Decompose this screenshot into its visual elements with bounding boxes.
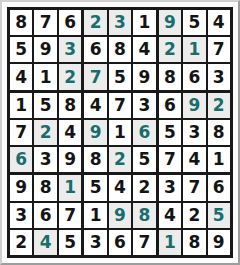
cell-r8c3[interactable]: 7	[59, 203, 81, 228]
cell-r8c2[interactable]: 6	[34, 203, 56, 228]
cell-r6c6[interactable]: 5	[133, 147, 155, 172]
cell-r4c2[interactable]: 5	[34, 93, 56, 118]
cell-r7c1[interactable]: 9	[10, 175, 32, 200]
cell-r5c3[interactable]: 4	[59, 120, 81, 145]
cell-r3c7[interactable]: 8	[159, 64, 181, 89]
cell-r5c6[interactable]: 6	[133, 120, 155, 145]
cell-r2c3[interactable]: 3	[59, 37, 81, 62]
cell-r9c6[interactable]: 7	[133, 230, 155, 255]
sudoku-board: 8765934122316847599542178631587246394739…	[10, 10, 230, 255]
cell-r3c1[interactable]: 4	[10, 64, 32, 89]
cell-r2c6[interactable]: 4	[133, 37, 155, 62]
cell-r8c6[interactable]: 8	[133, 203, 155, 228]
cell-r8c7[interactable]: 4	[159, 203, 181, 228]
cell-r7c7[interactable]: 3	[159, 175, 181, 200]
box-8: 542198367	[84, 175, 155, 255]
cell-r7c4[interactable]: 5	[84, 175, 106, 200]
cell-r7c5[interactable]: 4	[109, 175, 131, 200]
cell-r1c4[interactable]: 2	[84, 10, 106, 35]
cell-r7c8[interactable]: 7	[183, 175, 205, 200]
cell-r2c8[interactable]: 1	[183, 37, 205, 62]
cell-r9c2[interactable]: 4	[34, 230, 56, 255]
cell-r6c3[interactable]: 9	[59, 147, 81, 172]
cell-r2c1[interactable]: 5	[10, 37, 32, 62]
cell-r2c7[interactable]: 2	[159, 37, 181, 62]
cell-r3c4[interactable]: 7	[84, 64, 106, 89]
cell-r3c5[interactable]: 5	[109, 64, 131, 89]
cell-r7c9[interactable]: 6	[208, 175, 230, 200]
window: 8765934122316847599542178631587246394739…	[0, 0, 240, 265]
cell-r6c1[interactable]: 6	[10, 147, 32, 172]
box-6: 692538741	[159, 93, 230, 173]
cell-r1c7[interactable]: 9	[159, 10, 181, 35]
cell-r1c6[interactable]: 1	[133, 10, 155, 35]
cell-r6c9[interactable]: 1	[208, 147, 230, 172]
cell-r5c2[interactable]: 2	[34, 120, 56, 145]
cell-r4c8[interactable]: 9	[183, 93, 205, 118]
cell-r1c1[interactable]: 8	[10, 10, 32, 35]
cell-r2c9[interactable]: 7	[208, 37, 230, 62]
cell-r6c8[interactable]: 4	[183, 147, 205, 172]
cell-r9c1[interactable]: 2	[10, 230, 32, 255]
cell-r3c3[interactable]: 2	[59, 64, 81, 89]
cell-r8c1[interactable]: 3	[10, 203, 32, 228]
cell-r6c4[interactable]: 8	[84, 147, 106, 172]
cell-r8c4[interactable]: 1	[84, 203, 106, 228]
cell-r8c5[interactable]: 9	[109, 203, 131, 228]
cell-r5c4[interactable]: 9	[84, 120, 106, 145]
cell-r9c9[interactable]: 9	[208, 230, 230, 255]
cell-r4c1[interactable]: 1	[10, 93, 32, 118]
cell-r5c7[interactable]: 5	[159, 120, 181, 145]
box-4: 158724639	[10, 93, 81, 173]
box-3: 954217863	[159, 10, 230, 90]
cell-r1c8[interactable]: 5	[183, 10, 205, 35]
cell-r6c5[interactable]: 2	[109, 147, 131, 172]
cell-r1c2[interactable]: 7	[34, 10, 56, 35]
cell-r6c7[interactable]: 7	[159, 147, 181, 172]
cell-r8c9[interactable]: 5	[208, 203, 230, 228]
cell-r7c3[interactable]: 1	[59, 175, 81, 200]
cell-r2c2[interactable]: 9	[34, 37, 56, 62]
cell-r7c6[interactable]: 2	[133, 175, 155, 200]
cell-r1c5[interactable]: 3	[109, 10, 131, 35]
cell-r3c2[interactable]: 1	[34, 64, 56, 89]
cell-r9c5[interactable]: 6	[109, 230, 131, 255]
cell-r9c4[interactable]: 3	[84, 230, 106, 255]
cell-r2c4[interactable]: 6	[84, 37, 106, 62]
cell-r4c3[interactable]: 8	[59, 93, 81, 118]
cell-r5c9[interactable]: 8	[208, 120, 230, 145]
box-2: 231684759	[84, 10, 155, 90]
cell-r6c2[interactable]: 3	[34, 147, 56, 172]
cell-r5c8[interactable]: 3	[183, 120, 205, 145]
cell-r3c6[interactable]: 9	[133, 64, 155, 89]
cell-r1c3[interactable]: 6	[59, 10, 81, 35]
cell-r4c5[interactable]: 7	[109, 93, 131, 118]
cell-r7c2[interactable]: 8	[34, 175, 56, 200]
board-frame: 8765934122316847599542178631587246394739…	[7, 7, 233, 258]
cell-r3c9[interactable]: 3	[208, 64, 230, 89]
box-7: 981367245	[10, 175, 81, 255]
cell-r4c4[interactable]: 4	[84, 93, 106, 118]
cell-r4c9[interactable]: 2	[208, 93, 230, 118]
cell-r1c9[interactable]: 4	[208, 10, 230, 35]
cell-r2c5[interactable]: 8	[109, 37, 131, 62]
cell-r9c8[interactable]: 8	[183, 230, 205, 255]
cell-r5c5[interactable]: 1	[109, 120, 131, 145]
cell-r4c7[interactable]: 6	[159, 93, 181, 118]
box-9: 376425189	[159, 175, 230, 255]
cell-r9c7[interactable]: 1	[159, 230, 181, 255]
cell-r8c8[interactable]: 2	[183, 203, 205, 228]
cell-r5c1[interactable]: 7	[10, 120, 32, 145]
box-5: 473916825	[84, 93, 155, 173]
cell-r3c8[interactable]: 6	[183, 64, 205, 89]
cell-r4c6[interactable]: 3	[133, 93, 155, 118]
box-1: 876593412	[10, 10, 81, 90]
cell-r9c3[interactable]: 5	[59, 230, 81, 255]
